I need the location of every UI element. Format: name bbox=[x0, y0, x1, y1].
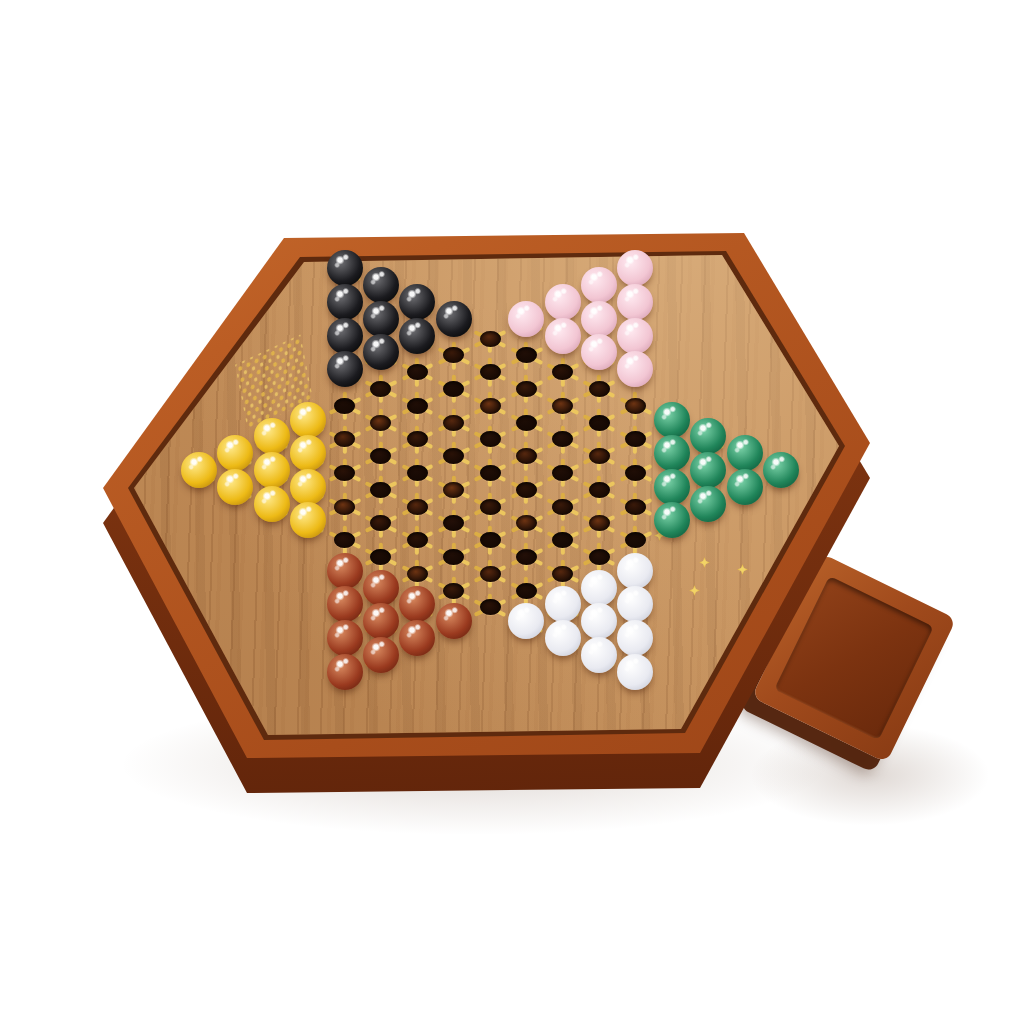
marble-yellow bbox=[217, 435, 253, 471]
marble-red bbox=[327, 620, 363, 656]
marble-green bbox=[690, 452, 726, 488]
hole-c11-8 bbox=[589, 549, 610, 565]
hole-c5-8 bbox=[370, 549, 391, 565]
hole-c5-6 bbox=[370, 482, 391, 498]
marble-white bbox=[581, 637, 617, 673]
hole-c10-3 bbox=[552, 398, 573, 414]
marble-green bbox=[654, 502, 690, 538]
marble-black bbox=[363, 334, 399, 370]
hole-c12-8 bbox=[625, 532, 646, 548]
hole-c6-5 bbox=[407, 465, 428, 481]
marble-white bbox=[617, 553, 653, 589]
marble-black bbox=[363, 301, 399, 337]
hole-c8-6 bbox=[480, 532, 501, 548]
star-grid bbox=[0, 0, 1024, 1024]
marble-pink bbox=[545, 284, 581, 320]
hole-c5-3 bbox=[370, 381, 391, 397]
hole-c6-3 bbox=[407, 398, 428, 414]
marble-red bbox=[436, 603, 472, 639]
marble-pink bbox=[508, 301, 544, 337]
hole-c6-2 bbox=[407, 364, 428, 380]
marble-yellow bbox=[217, 469, 253, 505]
hole-c8-8 bbox=[480, 599, 501, 615]
hole-c11-3 bbox=[589, 381, 610, 397]
marble-black bbox=[327, 250, 363, 286]
hole-c8-5 bbox=[480, 499, 501, 515]
hole-c9-7 bbox=[516, 549, 537, 565]
marble-black bbox=[436, 301, 472, 337]
marble-red bbox=[363, 603, 399, 639]
marble-green bbox=[763, 452, 799, 488]
marble-black bbox=[327, 318, 363, 354]
gold-sparkle-icon bbox=[699, 557, 710, 568]
marble-yellow bbox=[254, 452, 290, 488]
hole-c9-8 bbox=[516, 583, 537, 599]
marble-green bbox=[727, 435, 763, 471]
hole-c7-5 bbox=[443, 482, 464, 498]
marble-yellow bbox=[254, 418, 290, 454]
hole-c10-5 bbox=[552, 465, 573, 481]
hole-c5-4 bbox=[370, 415, 391, 431]
hole-c12-7 bbox=[625, 499, 646, 515]
hole-c8-3 bbox=[480, 431, 501, 447]
hole-c7-8 bbox=[443, 583, 464, 599]
marble-white bbox=[581, 570, 617, 606]
marble-yellow bbox=[254, 486, 290, 522]
marble-yellow bbox=[290, 502, 326, 538]
hole-c8-1 bbox=[480, 364, 501, 380]
marble-white bbox=[545, 586, 581, 622]
hole-c10-7 bbox=[552, 532, 573, 548]
marble-yellow bbox=[290, 402, 326, 438]
hole-c7-7 bbox=[443, 549, 464, 565]
hole-c9-5 bbox=[516, 482, 537, 498]
hole-c11-5 bbox=[589, 448, 610, 464]
gold-sparkle-icon bbox=[737, 564, 748, 575]
marble-pink bbox=[581, 301, 617, 337]
hole-c10-6 bbox=[552, 499, 573, 515]
marble-yellow bbox=[181, 452, 217, 488]
marble-green bbox=[727, 469, 763, 505]
gold-sparkle-icon bbox=[689, 585, 700, 596]
hole-c11-4 bbox=[589, 415, 610, 431]
marble-red bbox=[327, 586, 363, 622]
marble-pink bbox=[617, 250, 653, 286]
hole-c8-7 bbox=[480, 566, 501, 582]
scene: { "game": "chinese-checkers", "scene": {… bbox=[0, 0, 1024, 1024]
marble-pink bbox=[581, 267, 617, 303]
marble-pink bbox=[617, 318, 653, 354]
hole-c9-3 bbox=[516, 415, 537, 431]
marble-black bbox=[363, 267, 399, 303]
hole-c6-8 bbox=[407, 566, 428, 582]
marble-red bbox=[399, 620, 435, 656]
hole-c9-2 bbox=[516, 381, 537, 397]
marble-white bbox=[617, 620, 653, 656]
hole-c12-6 bbox=[625, 465, 646, 481]
hole-c6-6 bbox=[407, 499, 428, 515]
marble-black bbox=[399, 284, 435, 320]
marble-red bbox=[363, 570, 399, 606]
marble-black bbox=[327, 284, 363, 320]
marble-pink bbox=[545, 318, 581, 354]
hole-c10-2 bbox=[552, 364, 573, 380]
marble-yellow bbox=[290, 435, 326, 471]
marble-white bbox=[545, 620, 581, 656]
marble-green bbox=[654, 469, 690, 505]
marble-white bbox=[581, 603, 617, 639]
hole-c8-2 bbox=[480, 398, 501, 414]
hole-c7-2 bbox=[443, 381, 464, 397]
marble-white bbox=[617, 654, 653, 690]
hole-c6-7 bbox=[407, 532, 428, 548]
marble-pink bbox=[617, 284, 653, 320]
marble-green bbox=[690, 418, 726, 454]
hole-c4-8 bbox=[334, 532, 355, 548]
hole-c11-6 bbox=[589, 482, 610, 498]
hole-c12-4 bbox=[625, 398, 646, 414]
marble-red bbox=[327, 553, 363, 589]
hole-c4-6 bbox=[334, 465, 355, 481]
marble-black bbox=[327, 351, 363, 387]
marble-pink bbox=[617, 351, 653, 387]
marble-green bbox=[654, 402, 690, 438]
marble-black bbox=[399, 318, 435, 354]
hole-c5-5 bbox=[370, 448, 391, 464]
marble-yellow bbox=[290, 469, 326, 505]
marble-white bbox=[508, 603, 544, 639]
hole-c11-7 bbox=[589, 515, 610, 531]
hole-c10-8 bbox=[552, 566, 573, 582]
hole-c4-7 bbox=[334, 499, 355, 515]
hole-c4-4 bbox=[334, 398, 355, 414]
hole-c7-3 bbox=[443, 415, 464, 431]
hole-c7-4 bbox=[443, 448, 464, 464]
marble-red bbox=[399, 586, 435, 622]
marble-green bbox=[690, 486, 726, 522]
marble-green bbox=[654, 435, 690, 471]
marble-white bbox=[617, 586, 653, 622]
marble-red bbox=[363, 637, 399, 673]
marble-red bbox=[327, 654, 363, 690]
hole-c8-4 bbox=[480, 465, 501, 481]
hole-c8-0 bbox=[480, 331, 501, 347]
hole-c9-4 bbox=[516, 448, 537, 464]
marble-pink bbox=[581, 334, 617, 370]
